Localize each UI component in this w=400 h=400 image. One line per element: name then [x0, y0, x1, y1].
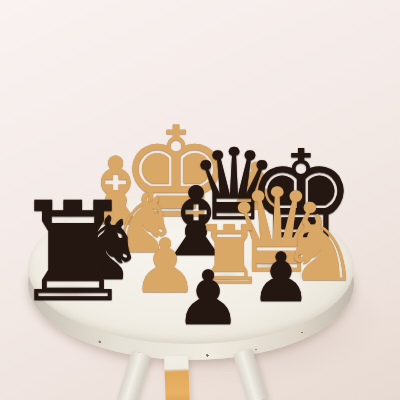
dark-pawn-glyph: ♟: [174, 261, 241, 336]
piece-dark-pawn-center[interactable]: ♟: [174, 261, 241, 322]
dark-pawn-glyph: ♟: [251, 244, 312, 312]
chess-set-photo: ♜♞♝♞♚♝♟♟♛♟♜♛♚♟♞: [0, 0, 400, 400]
dark-rook-glyph: ♜: [12, 184, 135, 321]
piece-dark-rook[interactable]: ♜: [12, 184, 135, 295]
piece-dark-pawn-right[interactable]: ♟: [251, 244, 312, 299]
pieces-layer: ♜♞♝♞♚♝♟♟♛♟♜♛♚♟♞: [0, 0, 400, 400]
